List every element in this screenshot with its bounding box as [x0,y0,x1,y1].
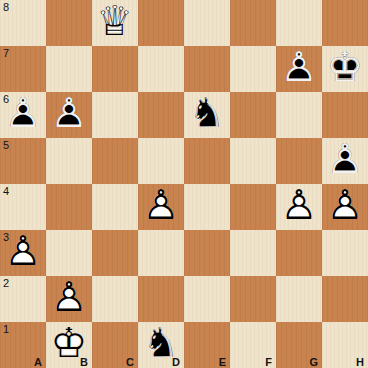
square-e5[interactable] [184,138,230,184]
square-b6[interactable]: ♟♙ [46,92,92,138]
square-f4[interactable] [230,184,276,230]
square-g1[interactable]: G [276,322,322,368]
square-c3[interactable] [92,230,138,276]
black-pawn-outline-glyph: ♙ [276,44,322,90]
black-pawn[interactable]: ♟♙ [0,92,46,138]
black-knight[interactable]: ♞♘ [184,92,230,138]
square-c5[interactable] [92,138,138,184]
square-e6[interactable]: ♞♘ [184,92,230,138]
square-g2[interactable] [276,276,322,322]
square-e2[interactable] [184,276,230,322]
square-h6[interactable] [322,92,368,138]
square-a5[interactable]: 5 [0,138,46,184]
square-g7[interactable]: ♟♙ [276,46,322,92]
square-b8[interactable] [46,0,92,46]
square-f7[interactable] [230,46,276,92]
square-f2[interactable] [230,276,276,322]
white-pawn[interactable]: ♟♙ [0,230,46,276]
chess-board: 8♛♕7♟♙♚♔6♟♙♟♙♞♘5♟♙4♟♙♟♙♟♙3♟♙2♟♙1AB♚♔CD♞♘… [0,0,368,368]
square-c6[interactable] [92,92,138,138]
black-pawn-outline-glyph: ♙ [46,90,92,136]
square-e4[interactable] [184,184,230,230]
rank-label-1: 1 [3,323,9,335]
square-a2[interactable]: 2 [0,276,46,322]
white-king-outline-glyph: ♔ [46,320,92,366]
square-c7[interactable] [92,46,138,92]
square-g6[interactable] [276,92,322,138]
rank-label-2: 2 [3,277,9,289]
square-b2[interactable]: ♟♙ [46,276,92,322]
square-e1[interactable]: E [184,322,230,368]
square-f6[interactable] [230,92,276,138]
square-b7[interactable] [46,46,92,92]
file-label-f: F [265,356,272,368]
square-f8[interactable] [230,0,276,46]
square-g8[interactable] [276,0,322,46]
square-a3[interactable]: 3♟♙ [0,230,46,276]
white-pawn-outline-glyph: ♙ [322,182,368,228]
white-pawn-outline-glyph: ♙ [46,274,92,320]
square-h8[interactable] [322,0,368,46]
square-b5[interactable] [46,138,92,184]
square-c2[interactable] [92,276,138,322]
square-h7[interactable]: ♚♔ [322,46,368,92]
black-pawn[interactable]: ♟♙ [276,46,322,92]
black-pawn-outline-glyph: ♙ [322,136,368,182]
file-label-c: C [126,356,134,368]
black-knight[interactable]: ♞♘ [138,322,184,368]
square-h4[interactable]: ♟♙ [322,184,368,230]
white-king[interactable]: ♚♔ [46,322,92,368]
square-b3[interactable] [46,230,92,276]
black-knight-outline-glyph: ♘ [138,320,184,366]
black-king[interactable]: ♚♔ [322,46,368,92]
square-g4[interactable]: ♟♙ [276,184,322,230]
file-label-a: A [34,356,42,368]
white-queen[interactable]: ♛♕ [92,0,138,46]
square-d7[interactable] [138,46,184,92]
square-g3[interactable] [276,230,322,276]
white-pawn[interactable]: ♟♙ [276,184,322,230]
white-pawn-outline-glyph: ♙ [0,228,46,274]
square-a8[interactable]: 8 [0,0,46,46]
square-b1[interactable]: B♚♔ [46,322,92,368]
square-a7[interactable]: 7 [0,46,46,92]
square-d2[interactable] [138,276,184,322]
square-h5[interactable]: ♟♙ [322,138,368,184]
white-pawn[interactable]: ♟♙ [46,276,92,322]
square-g5[interactable] [276,138,322,184]
file-label-g: G [309,356,318,368]
square-f3[interactable] [230,230,276,276]
square-d3[interactable] [138,230,184,276]
square-h3[interactable] [322,230,368,276]
black-knight-outline-glyph: ♘ [184,90,230,136]
black-pawn[interactable]: ♟♙ [46,92,92,138]
white-pawn[interactable]: ♟♙ [322,184,368,230]
white-pawn[interactable]: ♟♙ [138,184,184,230]
square-e3[interactable] [184,230,230,276]
square-a4[interactable]: 4 [0,184,46,230]
square-c1[interactable]: C [92,322,138,368]
black-pawn[interactable]: ♟♙ [322,138,368,184]
square-d5[interactable] [138,138,184,184]
black-king-outline-glyph: ♔ [322,44,368,90]
file-label-h: H [356,356,364,368]
white-pawn-outline-glyph: ♙ [276,182,322,228]
rank-label-7: 7 [3,47,9,59]
square-e8[interactable] [184,0,230,46]
square-b4[interactable] [46,184,92,230]
square-d4[interactable]: ♟♙ [138,184,184,230]
square-c4[interactable] [92,184,138,230]
square-a1[interactable]: 1A [0,322,46,368]
square-a6[interactable]: 6♟♙ [0,92,46,138]
square-f5[interactable] [230,138,276,184]
square-c8[interactable]: ♛♕ [92,0,138,46]
square-d8[interactable] [138,0,184,46]
rank-label-8: 8 [3,1,9,13]
white-pawn-outline-glyph: ♙ [138,182,184,228]
rank-label-4: 4 [3,185,9,197]
white-queen-outline-glyph: ♕ [92,0,138,44]
square-h2[interactable] [322,276,368,322]
square-d6[interactable] [138,92,184,138]
square-h1[interactable]: H [322,322,368,368]
black-pawn-outline-glyph: ♙ [0,90,46,136]
square-f1[interactable]: F [230,322,276,368]
file-label-e: E [219,356,226,368]
square-d1[interactable]: D♞♘ [138,322,184,368]
square-e7[interactable] [184,46,230,92]
rank-label-5: 5 [3,139,9,151]
